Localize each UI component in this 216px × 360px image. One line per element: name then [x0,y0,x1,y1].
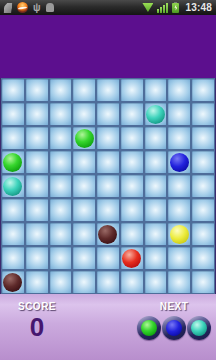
screen: ψ 13:48 SCORE 0 NEXT [0,0,216,360]
board-cell[interactable] [168,79,190,101]
board-cell[interactable] [50,271,72,293]
ball-cyan[interactable] [146,105,165,124]
board-cell[interactable] [168,247,190,269]
board-cell[interactable] [192,247,214,269]
next-ball-blue [166,320,182,336]
ball-maroon[interactable] [98,225,117,244]
board-cell[interactable] [2,175,24,197]
game-board[interactable] [0,78,216,294]
next-ball-slot [187,316,211,340]
board-cell[interactable] [121,247,143,269]
board-cell[interactable] [2,223,24,245]
board-cell[interactable] [73,79,95,101]
board-cell[interactable] [121,223,143,245]
board-cell[interactable] [73,175,95,197]
board-cell[interactable] [168,127,190,149]
board-cell[interactable] [73,103,95,125]
board-cell[interactable] [2,127,24,149]
board-cell[interactable] [192,223,214,245]
board-cell[interactable] [50,175,72,197]
board-cell[interactable] [50,79,72,101]
board-cell[interactable] [2,271,24,293]
board-cell[interactable] [168,271,190,293]
board-cell[interactable] [26,79,48,101]
board-cell[interactable] [121,103,143,125]
board-cell[interactable] [50,199,72,221]
board-cell[interactable] [145,199,167,221]
board-cell[interactable] [192,175,214,197]
board-cell[interactable] [97,79,119,101]
board-cell[interactable] [145,223,167,245]
board-cell[interactable] [50,223,72,245]
board-cell[interactable] [2,103,24,125]
ball-maroon[interactable] [3,273,22,292]
board-cell[interactable] [97,151,119,173]
board-cell[interactable] [192,199,214,221]
wifi-icon [142,3,153,12]
signal-strength-icon [157,3,168,13]
next-balls [136,316,212,340]
board-cell[interactable] [26,199,48,221]
app-ball-icon [17,2,28,13]
status-bar: ψ 13:48 [0,0,216,15]
board-cell[interactable] [145,247,167,269]
board-cell[interactable] [192,103,214,125]
usb-icon: ψ [33,3,41,13]
board-cell[interactable] [97,199,119,221]
board-cell[interactable] [145,151,167,173]
board-cell[interactable] [97,103,119,125]
next-block: NEXT [136,294,212,340]
board-cell[interactable] [145,79,167,101]
board-cell[interactable] [168,199,190,221]
board-cell[interactable] [97,223,119,245]
board-cell[interactable] [97,271,119,293]
status-bar-right: 13:48 [142,2,212,13]
android-icon [46,3,54,12]
board-cell[interactable] [121,151,143,173]
board-cell[interactable] [121,79,143,101]
status-bar-left: ψ [4,2,54,13]
board-cell[interactable] [26,103,48,125]
header-band [0,15,216,78]
ball-red[interactable] [122,249,141,268]
board-cell[interactable] [2,79,24,101]
board-cell[interactable] [121,271,143,293]
board-cell[interactable] [145,103,167,125]
ball-green[interactable] [3,153,22,172]
board-cell[interactable] [145,271,167,293]
board-cell[interactable] [73,127,95,149]
board-cell[interactable] [73,247,95,269]
board-cell[interactable] [168,151,190,173]
board-cell[interactable] [97,127,119,149]
score-value: 0 [12,314,62,340]
board-cell[interactable] [168,103,190,125]
board-cell[interactable] [168,223,190,245]
clock-time: 13:48 [185,2,212,13]
board-cell[interactable] [192,127,214,149]
ball-yellow[interactable] [170,225,189,244]
board-cell[interactable] [50,151,72,173]
board-cell[interactable] [26,127,48,149]
next-ball-slot [137,316,161,340]
board-cell[interactable] [26,175,48,197]
board-cell[interactable] [50,103,72,125]
board-cell[interactable] [145,127,167,149]
board-cell[interactable] [50,127,72,149]
score-label: SCORE [12,301,62,312]
board-cell[interactable] [73,223,95,245]
board-cell[interactable] [97,247,119,269]
lightning-bolt-icon [174,5,177,11]
board-cell[interactable] [2,199,24,221]
bottom-panel: SCORE 0 NEXT [0,294,216,360]
board-cell[interactable] [121,127,143,149]
next-ball-slot [162,316,186,340]
board-cell[interactable] [26,271,48,293]
ball-green[interactable] [75,129,94,148]
board-cell[interactable] [145,175,167,197]
board-cell[interactable] [168,175,190,197]
board-cell[interactable] [121,175,143,197]
next-ball-green [141,320,157,336]
board-cell[interactable] [73,199,95,221]
next-ball-cyan [191,320,207,336]
board-cell[interactable] [192,151,214,173]
next-label: NEXT [136,301,212,312]
board-cell[interactable] [121,199,143,221]
board-cell[interactable] [2,247,24,269]
board-cell[interactable] [192,79,214,101]
board-cell[interactable] [192,271,214,293]
score-block: SCORE 0 [12,294,62,340]
ball-cyan[interactable] [3,177,22,196]
board-cell[interactable] [26,223,48,245]
sd-card-icon [3,3,12,13]
board-cell[interactable] [73,151,95,173]
board-cell[interactable] [50,247,72,269]
battery-charging-icon [172,3,179,13]
board-cell[interactable] [2,151,24,173]
ball-blue[interactable] [170,153,189,172]
board-cell[interactable] [26,247,48,269]
board-cell[interactable] [73,271,95,293]
board-cell[interactable] [97,175,119,197]
board-cell[interactable] [26,151,48,173]
